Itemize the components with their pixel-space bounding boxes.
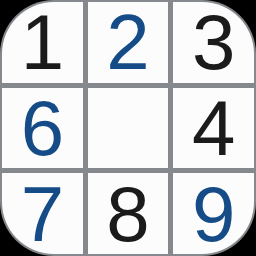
sudoku-app-icon[interactable]: 1 2 3 6 4 7 8 9: [0, 0, 256, 256]
cell-r1c1: 1: [2, 2, 83, 83]
cell-r3c2: 8: [88, 173, 169, 254]
cell-r1c3: 3: [173, 2, 254, 83]
cell-r2c3: 4: [173, 88, 254, 169]
cell-r3c1: 7: [2, 173, 83, 254]
cell-r1c2: 2: [88, 2, 169, 83]
cell-r2c2: [88, 88, 169, 169]
cell-r2c1: 6: [2, 88, 83, 169]
cell-r3c3: 9: [173, 173, 254, 254]
